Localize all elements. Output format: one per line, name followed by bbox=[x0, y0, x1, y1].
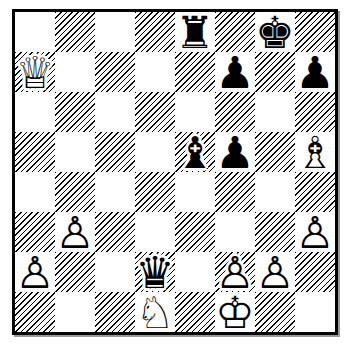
piece-halo-layer: ♟ bbox=[215, 53, 255, 93]
square-e3[interactable] bbox=[175, 212, 215, 252]
piece-glyph: ♙ bbox=[15, 253, 55, 293]
chess-board: ♜♜♚♚♛♕♟♟♟♟♝♝♟♟♝♗♟♙♟♙♟♙♛♛♟♙♟♙♞♘♚♔ bbox=[12, 9, 338, 335]
black-rook: ♜♜ bbox=[175, 12, 215, 52]
white-bishop: ♝♗ bbox=[295, 132, 335, 172]
square-c8[interactable] bbox=[95, 12, 135, 52]
piece-halo-layer: ♛ bbox=[135, 253, 175, 293]
piece-glyph: ♟ bbox=[215, 53, 255, 93]
square-a6[interactable] bbox=[15, 92, 55, 132]
square-e1[interactable] bbox=[175, 292, 215, 332]
square-b1[interactable] bbox=[55, 292, 95, 332]
square-h3[interactable]: ♟♙ bbox=[295, 212, 335, 252]
square-d7[interactable] bbox=[135, 52, 175, 92]
white-queen: ♛♕ bbox=[15, 52, 55, 92]
square-h4[interactable] bbox=[295, 172, 335, 212]
piece-halo-layer: ♟ bbox=[215, 253, 255, 293]
square-c2[interactable] bbox=[95, 252, 135, 292]
piece-glyph: ♙ bbox=[295, 213, 335, 253]
black-pawn: ♟♟ bbox=[215, 132, 255, 172]
piece-halo-layer: ♟ bbox=[15, 253, 55, 293]
square-c3[interactable] bbox=[95, 212, 135, 252]
piece-glyph: ♟ bbox=[215, 133, 255, 173]
square-f5[interactable]: ♟♟ bbox=[215, 132, 255, 172]
white-pawn: ♟♙ bbox=[295, 212, 335, 252]
square-a8[interactable] bbox=[15, 12, 55, 52]
white-pawn: ♟♙ bbox=[215, 252, 255, 292]
square-a5[interactable] bbox=[15, 132, 55, 172]
black-king: ♚♚ bbox=[255, 12, 295, 52]
square-f3[interactable] bbox=[215, 212, 255, 252]
square-b2[interactable] bbox=[55, 252, 95, 292]
square-h2[interactable] bbox=[295, 252, 335, 292]
square-d5[interactable] bbox=[135, 132, 175, 172]
piece-glyph: ♝ bbox=[175, 133, 215, 173]
piece-halo-layer: ♟ bbox=[295, 213, 335, 253]
square-f8[interactable] bbox=[215, 12, 255, 52]
square-d4[interactable] bbox=[135, 172, 175, 212]
piece-halo-layer: ♟ bbox=[255, 253, 295, 293]
square-f4[interactable] bbox=[215, 172, 255, 212]
white-pawn: ♟♙ bbox=[15, 252, 55, 292]
square-d6[interactable] bbox=[135, 92, 175, 132]
square-e6[interactable] bbox=[175, 92, 215, 132]
square-d8[interactable] bbox=[135, 12, 175, 52]
square-e2[interactable] bbox=[175, 252, 215, 292]
white-knight: ♞♘ bbox=[135, 292, 175, 332]
square-d1[interactable]: ♞♘ bbox=[135, 292, 175, 332]
square-c1[interactable] bbox=[95, 292, 135, 332]
black-pawn: ♟♟ bbox=[295, 52, 335, 92]
square-h6[interactable] bbox=[295, 92, 335, 132]
black-pawn: ♟♟ bbox=[215, 52, 255, 92]
piece-glyph: ♘ bbox=[135, 293, 175, 333]
square-b3[interactable]: ♟♙ bbox=[55, 212, 95, 252]
square-d3[interactable] bbox=[135, 212, 175, 252]
piece-halo-layer: ♟ bbox=[215, 133, 255, 173]
square-e8[interactable]: ♜♜ bbox=[175, 12, 215, 52]
square-a3[interactable] bbox=[15, 212, 55, 252]
square-e5[interactable]: ♝♝ bbox=[175, 132, 215, 172]
square-g5[interactable] bbox=[255, 132, 295, 172]
square-g3[interactable] bbox=[255, 212, 295, 252]
piece-glyph: ♙ bbox=[255, 253, 295, 293]
piece-halo-layer: ♚ bbox=[255, 13, 295, 53]
square-b5[interactable] bbox=[55, 132, 95, 172]
piece-glyph: ♙ bbox=[55, 213, 95, 253]
square-g8[interactable]: ♚♚ bbox=[255, 12, 295, 52]
piece-halo-layer: ♜ bbox=[175, 13, 215, 53]
piece-glyph: ♙ bbox=[215, 253, 255, 293]
square-h7[interactable]: ♟♟ bbox=[295, 52, 335, 92]
square-a1[interactable] bbox=[15, 292, 55, 332]
piece-halo-layer: ♝ bbox=[175, 133, 215, 173]
square-b4[interactable] bbox=[55, 172, 95, 212]
square-g6[interactable] bbox=[255, 92, 295, 132]
black-bishop: ♝♝ bbox=[175, 132, 215, 172]
white-pawn: ♟♙ bbox=[55, 212, 95, 252]
square-c4[interactable] bbox=[95, 172, 135, 212]
square-c6[interactable] bbox=[95, 92, 135, 132]
black-queen: ♛♛ bbox=[135, 252, 175, 292]
piece-halo-layer: ♛ bbox=[15, 53, 55, 93]
square-b8[interactable] bbox=[55, 12, 95, 52]
square-a7[interactable]: ♛♕ bbox=[15, 52, 55, 92]
square-b7[interactable] bbox=[55, 52, 95, 92]
square-g4[interactable] bbox=[255, 172, 295, 212]
square-a4[interactable] bbox=[15, 172, 55, 212]
square-f7[interactable]: ♟♟ bbox=[215, 52, 255, 92]
piece-halo-layer: ♟ bbox=[55, 213, 95, 253]
square-g2[interactable]: ♟♙ bbox=[255, 252, 295, 292]
white-king: ♚♔ bbox=[215, 292, 255, 332]
piece-halo-layer: ♞ bbox=[135, 293, 175, 333]
piece-glyph: ♕ bbox=[15, 53, 55, 93]
square-b6[interactable] bbox=[55, 92, 95, 132]
square-c5[interactable] bbox=[95, 132, 135, 172]
square-a2[interactable]: ♟♙ bbox=[15, 252, 55, 292]
square-e7[interactable] bbox=[175, 52, 215, 92]
piece-glyph: ♜ bbox=[175, 13, 215, 53]
square-h8[interactable] bbox=[295, 12, 335, 52]
square-g7[interactable] bbox=[255, 52, 295, 92]
square-f6[interactable] bbox=[215, 92, 255, 132]
piece-halo-layer: ♚ bbox=[215, 293, 255, 333]
square-g1[interactable] bbox=[255, 292, 295, 332]
square-h5[interactable]: ♝♗ bbox=[295, 132, 335, 172]
square-c7[interactable] bbox=[95, 52, 135, 92]
white-pawn: ♟♙ bbox=[255, 252, 295, 292]
piece-glyph: ♚ bbox=[255, 13, 295, 53]
square-f1[interactable]: ♚♔ bbox=[215, 292, 255, 332]
piece-halo-layer: ♟ bbox=[295, 53, 335, 93]
square-e4[interactable] bbox=[175, 172, 215, 212]
piece-glyph: ♛ bbox=[135, 253, 175, 293]
piece-glyph: ♟ bbox=[295, 53, 335, 93]
page: ♜♜♚♚♛♕♟♟♟♟♝♝♟♟♝♗♟♙♟♙♟♙♛♛♟♙♟♙♞♘♚♔ bbox=[0, 0, 350, 350]
piece-halo-layer: ♝ bbox=[295, 133, 335, 173]
square-d2[interactable]: ♛♛ bbox=[135, 252, 175, 292]
piece-glyph: ♔ bbox=[215, 293, 255, 333]
square-f2[interactable]: ♟♙ bbox=[215, 252, 255, 292]
piece-glyph: ♗ bbox=[295, 133, 335, 173]
square-h1[interactable] bbox=[295, 292, 335, 332]
